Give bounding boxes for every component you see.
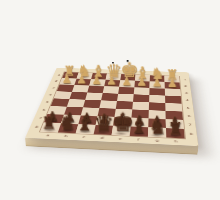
piece-black-knight: ♞ [148, 118, 166, 137]
square-h3[interactable] [165, 89, 181, 97]
piece-black-bishop: ♝ [130, 116, 148, 136]
chess-board-grid: ♜♞♝♛♚♝♞♜♟♟♟♟♟♟♟♟♟♟♟♟♟♟♟♟♜♞♝♛♚♝♞♜ [40, 72, 185, 138]
chess-board: abcdefgh 12345678 12345678 ♜♞♝♛♚♝♞♜♟♟♟♟♟… [25, 68, 198, 146]
piece-white-pawn: ♟ [89, 75, 104, 86]
square-e3[interactable] [118, 87, 134, 95]
piece-white-pawn: ♟ [134, 76, 149, 87]
piece-white-pawn: ♟ [165, 77, 180, 88]
piece-white-pawn: ♟ [59, 74, 74, 85]
square-f2[interactable]: ♟ [134, 81, 149, 88]
square-f8[interactable]: ♝ [130, 127, 149, 137]
piece-black-knight: ♞ [58, 114, 76, 133]
piece-black-rook: ♜ [40, 115, 58, 132]
square-d8[interactable]: ♛ [94, 125, 113, 135]
scene: abcdefgh 12345678 12345678 ♜♞♝♛♚♝♞♜♟♟♟♟♟… [0, 0, 220, 200]
black-finial-tip [127, 58, 129, 62]
square-e2[interactable]: ♟ [119, 80, 135, 87]
product-photo: abcdefgh 12345678 12345678 ♜♞♝♛♚♝♞♜♟♟♟♟♟… [0, 0, 220, 200]
piece-white-pawn: ♟ [119, 76, 134, 87]
piece-black-rook: ♜ [166, 121, 184, 138]
square-d2[interactable]: ♟ [104, 80, 120, 87]
piece-black-bishop: ♝ [76, 113, 94, 133]
piece-black-queen: ♛ [94, 112, 112, 135]
piece-white-pawn: ♟ [150, 77, 165, 88]
piece-white-pawn: ♟ [104, 75, 119, 86]
square-h8[interactable]: ♜ [166, 128, 185, 138]
square-e8[interactable]: ♚ [112, 126, 131, 136]
square-h2[interactable]: ♟ [165, 82, 181, 89]
square-g2[interactable]: ♟ [150, 81, 165, 88]
black-finial-tip [112, 60, 114, 64]
square-g8[interactable]: ♞ [148, 127, 166, 137]
piece-white-pawn: ♟ [74, 74, 89, 85]
piece-black-king: ♚ [112, 111, 130, 136]
